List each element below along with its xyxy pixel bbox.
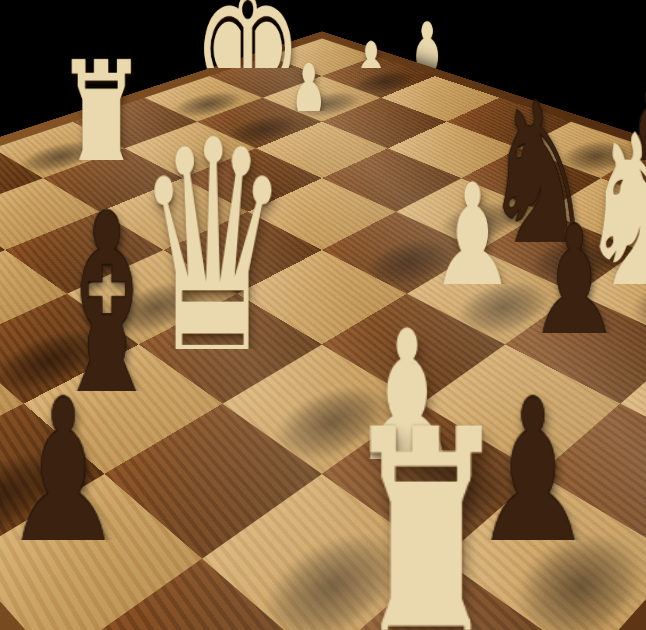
app-frame: ♜♚♟♟♟♝♛♟♟♞♟♟♟♞♜♟♟♜♝♚ [0, 0, 646, 630]
board-rim: ♜♚♟♟♟♝♛♟♟♞♟♟♟♞♜♟♟♜♝♚ [0, 31, 646, 630]
piece-black-pawn-a5[interactable]: ♟ [0, 226, 212, 591]
chessboard: ♜♚♟♟♟♝♛♟♟♞♟♟♟♞♜♟♟♜♝♚ [0, 39, 646, 630]
square-a5[interactable]: ♟ [0, 404, 105, 559]
piece-black-rook-a8[interactable]: ♜ [241, 475, 646, 630]
